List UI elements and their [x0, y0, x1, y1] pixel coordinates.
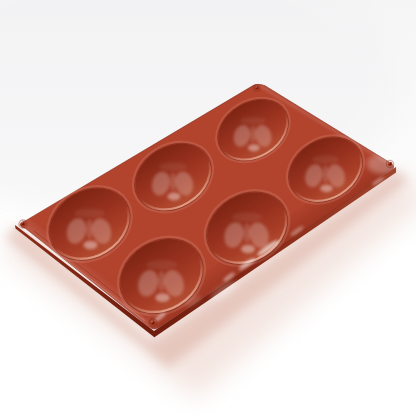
- mold-photo-canvas: [0, 0, 416, 416]
- product-photo: [0, 0, 416, 416]
